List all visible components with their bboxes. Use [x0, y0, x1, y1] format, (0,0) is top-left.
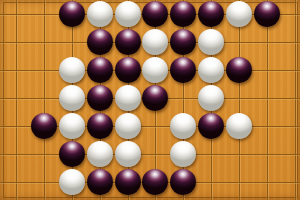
stone-black [170, 29, 196, 55]
stone-black [198, 1, 224, 27]
stone-white [226, 113, 252, 139]
stone-black [115, 29, 141, 55]
stone-white [142, 29, 168, 55]
stone-black [87, 113, 113, 139]
stone-white [170, 113, 196, 139]
stone-white [87, 1, 113, 27]
stone-black [142, 169, 168, 195]
stone-black [254, 1, 280, 27]
game-window [0, 0, 300, 200]
stone-white [59, 169, 85, 195]
stone-black [87, 57, 113, 83]
stone-black [59, 141, 85, 167]
stone-black [170, 57, 196, 83]
stone-black [87, 169, 113, 195]
stone-black [142, 85, 168, 111]
grid-line-vertical [44, 0, 45, 200]
stone-black [115, 57, 141, 83]
stone-white [198, 57, 224, 83]
stone-black [170, 1, 196, 27]
grid-line-horizontal [0, 154, 300, 155]
stone-black [170, 169, 196, 195]
stone-white [170, 141, 196, 167]
game-board[interactable] [0, 0, 300, 200]
stone-white [59, 113, 85, 139]
stone-black [115, 169, 141, 195]
stone-black [31, 113, 57, 139]
stone-black [142, 1, 168, 27]
stone-white [59, 85, 85, 111]
stone-white [226, 1, 252, 27]
stone-white [115, 85, 141, 111]
stone-black [87, 29, 113, 55]
grid-line-vertical [239, 0, 240, 200]
stone-white [59, 57, 85, 83]
stone-white [115, 141, 141, 167]
stone-white [142, 57, 168, 83]
stone-white [198, 29, 224, 55]
grid-line-vertical [16, 0, 17, 200]
grid-line-vertical [295, 0, 296, 200]
stone-black [226, 57, 252, 83]
stone-white [115, 113, 141, 139]
stone-black [87, 85, 113, 111]
stone-black [198, 113, 224, 139]
stone-white [198, 85, 224, 111]
stone-white [87, 141, 113, 167]
stone-white [115, 1, 141, 27]
stone-black [59, 1, 85, 27]
grid-line-vertical [267, 0, 268, 200]
